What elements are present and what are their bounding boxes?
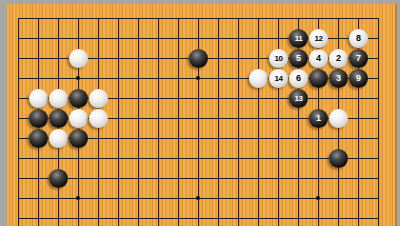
stone-white-C15[interactable] [49, 89, 68, 108]
stone-white-E14[interactable] [89, 109, 108, 128]
move-number: 4 [316, 54, 321, 63]
stone-black-D13[interactable] [69, 129, 88, 148]
grid-line-vertical [138, 18, 139, 226]
move-number: 2 [336, 54, 341, 63]
move-number: 3 [336, 74, 341, 83]
stone-black-Q16[interactable] [309, 69, 328, 88]
stone-white-E15[interactable] [89, 89, 108, 108]
grid-line-vertical [158, 18, 159, 226]
grid-line-horizontal [18, 158, 379, 159]
stone-white-R14[interactable] [329, 109, 348, 128]
stone-white-move-12[interactable]: 12 [309, 29, 328, 48]
star-point [316, 196, 320, 200]
grid-line-vertical [18, 18, 19, 226]
grid-line-vertical [218, 18, 219, 226]
stone-black-move-5[interactable]: 5 [289, 49, 308, 68]
stone-black-move-7[interactable]: 7 [349, 49, 368, 68]
stone-white-N16[interactable] [249, 69, 268, 88]
stone-black-B14[interactable] [29, 109, 48, 128]
move-number: 13 [295, 95, 303, 103]
stone-white-D17[interactable] [69, 49, 88, 68]
move-number: 7 [356, 54, 361, 63]
move-number: 14 [275, 75, 283, 83]
grid-line-vertical [378, 18, 379, 226]
move-number: 5 [296, 54, 301, 63]
stone-white-move-10[interactable]: 10 [269, 49, 288, 68]
star-point [196, 76, 200, 80]
stone-black-C14[interactable] [49, 109, 68, 128]
grid-line-horizontal [18, 218, 379, 219]
stone-black-C11[interactable] [49, 169, 68, 188]
stone-black-move-9[interactable]: 9 [349, 69, 368, 88]
star-point [76, 196, 80, 200]
stone-black-move-11[interactable]: 11 [289, 29, 308, 48]
go-board[interactable]: 1234567891011121314 [0, 0, 400, 226]
star-point [196, 196, 200, 200]
stone-black-move-13[interactable]: 13 [289, 89, 308, 108]
grid-line-horizontal [18, 178, 379, 179]
stone-black-move-3[interactable]: 3 [329, 69, 348, 88]
grid-line-vertical [178, 18, 179, 226]
stone-white-move-2[interactable]: 2 [329, 49, 348, 68]
stone-white-move-8[interactable]: 8 [349, 29, 368, 48]
stone-white-D14[interactable] [69, 109, 88, 128]
stone-black-move-1[interactable]: 1 [309, 109, 328, 128]
move-number: 8 [356, 34, 361, 43]
stone-white-C13[interactable] [49, 129, 68, 148]
stone-white-move-4[interactable]: 4 [309, 49, 328, 68]
stone-black-R12[interactable] [329, 149, 348, 168]
move-number: 6 [296, 74, 301, 83]
stone-white-B15[interactable] [29, 89, 48, 108]
stone-white-move-6[interactable]: 6 [289, 69, 308, 88]
screen: 1234567891011121314 [0, 0, 400, 226]
stone-black-D15[interactable] [69, 89, 88, 108]
move-number: 1 [316, 114, 321, 123]
stone-white-move-14[interactable]: 14 [269, 69, 288, 88]
stone-black-K17[interactable] [189, 49, 208, 68]
grid-line-vertical [118, 18, 119, 226]
move-number: 11 [295, 35, 302, 43]
grid-line-horizontal [18, 18, 379, 19]
move-number: 9 [356, 74, 361, 83]
grid-line-vertical [238, 18, 239, 226]
move-number: 10 [275, 55, 283, 63]
star-point [76, 76, 80, 80]
move-number: 12 [315, 35, 323, 43]
stone-black-B13[interactable] [29, 129, 48, 148]
grid-line-vertical [258, 18, 259, 226]
